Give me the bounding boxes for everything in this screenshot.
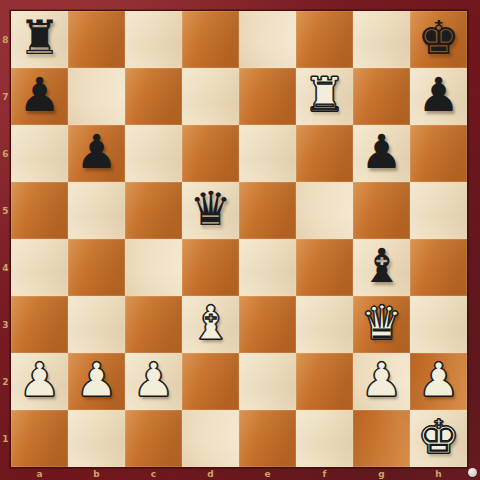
square-c4[interactable] xyxy=(125,239,182,296)
rank-label-7: 7 xyxy=(0,68,11,125)
square-f1[interactable] xyxy=(296,410,353,467)
square-f3[interactable] xyxy=(296,296,353,353)
square-b7[interactable] xyxy=(68,68,125,125)
square-a3[interactable] xyxy=(11,296,68,353)
square-g2[interactable]: ♟ xyxy=(353,353,410,410)
file-label-d: d xyxy=(182,467,239,480)
square-a1[interactable] xyxy=(11,410,68,467)
square-b1[interactable] xyxy=(68,410,125,467)
square-e2[interactable] xyxy=(239,353,296,410)
square-a7[interactable]: ♟ xyxy=(11,68,68,125)
square-a5[interactable] xyxy=(11,182,68,239)
white-pawn-a2[interactable]: ♟ xyxy=(18,356,60,403)
square-b4[interactable] xyxy=(68,239,125,296)
white-pawn-h2[interactable]: ♟ xyxy=(417,356,459,403)
square-a2[interactable]: ♟ xyxy=(11,353,68,410)
file-label-f: f xyxy=(296,467,353,480)
square-c8[interactable] xyxy=(125,11,182,68)
square-f2[interactable] xyxy=(296,353,353,410)
rank-labels: 87654321 xyxy=(0,11,11,467)
square-e8[interactable] xyxy=(239,11,296,68)
square-c6[interactable] xyxy=(125,125,182,182)
chessboard-widget: ♜♚♟♜♟♟♟♛♝♝♛♟♟♟♟♟♚ 87654321 abcdefgh xyxy=(0,0,480,480)
square-f6[interactable] xyxy=(296,125,353,182)
white-pawn-g2[interactable]: ♟ xyxy=(360,356,402,403)
white-pawn-c2[interactable]: ♟ xyxy=(132,356,174,403)
rank-label-8: 8 xyxy=(0,11,11,68)
black-rook-a8[interactable]: ♜ xyxy=(18,14,60,61)
square-g5[interactable] xyxy=(353,182,410,239)
square-d4[interactable] xyxy=(182,239,239,296)
black-pawn-a7[interactable]: ♟ xyxy=(18,71,60,118)
square-d5[interactable]: ♛ xyxy=(182,182,239,239)
square-b5[interactable] xyxy=(68,182,125,239)
square-g7[interactable] xyxy=(353,68,410,125)
square-f7[interactable]: ♜ xyxy=(296,68,353,125)
file-label-a: a xyxy=(11,467,68,480)
square-c1[interactable] xyxy=(125,410,182,467)
white-rook-f7[interactable]: ♜ xyxy=(303,71,345,118)
black-queen-d5[interactable]: ♛ xyxy=(189,185,231,232)
black-pawn-h7[interactable]: ♟ xyxy=(417,71,459,118)
square-g3[interactable]: ♛ xyxy=(353,296,410,353)
white-bishop-d3[interactable]: ♝ xyxy=(189,299,231,346)
square-a6[interactable] xyxy=(11,125,68,182)
rank-label-1: 1 xyxy=(0,410,11,467)
rank-label-3: 3 xyxy=(0,296,11,353)
file-label-e: e xyxy=(239,467,296,480)
rank-label-5: 5 xyxy=(0,182,11,239)
rank-label-6: 6 xyxy=(0,125,11,182)
square-d1[interactable] xyxy=(182,410,239,467)
square-h1[interactable]: ♚ xyxy=(410,410,467,467)
square-c7[interactable] xyxy=(125,68,182,125)
chess-board: ♜♚♟♜♟♟♟♛♝♝♛♟♟♟♟♟♚ xyxy=(11,11,467,467)
square-d2[interactable] xyxy=(182,353,239,410)
square-b8[interactable] xyxy=(68,11,125,68)
square-h4[interactable] xyxy=(410,239,467,296)
square-a8[interactable]: ♜ xyxy=(11,11,68,68)
square-e7[interactable] xyxy=(239,68,296,125)
white-queen-g3[interactable]: ♛ xyxy=(360,299,402,346)
square-g8[interactable] xyxy=(353,11,410,68)
square-b6[interactable]: ♟ xyxy=(68,125,125,182)
square-e5[interactable] xyxy=(239,182,296,239)
rank-label-4: 4 xyxy=(0,239,11,296)
square-g6[interactable]: ♟ xyxy=(353,125,410,182)
file-label-c: c xyxy=(125,467,182,480)
rank-label-2: 2 xyxy=(0,353,11,410)
square-e3[interactable] xyxy=(239,296,296,353)
square-b3[interactable] xyxy=(68,296,125,353)
black-pawn-b6[interactable]: ♟ xyxy=(75,128,117,175)
square-b2[interactable]: ♟ xyxy=(68,353,125,410)
square-f4[interactable] xyxy=(296,239,353,296)
square-e6[interactable] xyxy=(239,125,296,182)
black-king-h8[interactable]: ♚ xyxy=(417,14,459,61)
black-pawn-g6[interactable]: ♟ xyxy=(360,128,402,175)
square-h3[interactable] xyxy=(410,296,467,353)
square-e1[interactable] xyxy=(239,410,296,467)
white-to-move-indicator xyxy=(468,468,477,477)
square-h2[interactable]: ♟ xyxy=(410,353,467,410)
white-king-h1[interactable]: ♚ xyxy=(417,413,459,460)
square-e4[interactable] xyxy=(239,239,296,296)
square-a4[interactable] xyxy=(11,239,68,296)
square-g1[interactable] xyxy=(353,410,410,467)
square-c5[interactable] xyxy=(125,182,182,239)
square-d7[interactable] xyxy=(182,68,239,125)
square-f5[interactable] xyxy=(296,182,353,239)
white-pawn-b2[interactable]: ♟ xyxy=(75,356,117,403)
file-label-h: h xyxy=(410,467,467,480)
square-h7[interactable]: ♟ xyxy=(410,68,467,125)
black-bishop-g4[interactable]: ♝ xyxy=(360,242,402,289)
file-labels: abcdefgh xyxy=(11,467,467,480)
file-label-g: g xyxy=(353,467,410,480)
square-h8[interactable]: ♚ xyxy=(410,11,467,68)
square-c2[interactable]: ♟ xyxy=(125,353,182,410)
square-c3[interactable] xyxy=(125,296,182,353)
square-h5[interactable] xyxy=(410,182,467,239)
square-d6[interactable] xyxy=(182,125,239,182)
square-d3[interactable]: ♝ xyxy=(182,296,239,353)
square-g4[interactable]: ♝ xyxy=(353,239,410,296)
square-f8[interactable] xyxy=(296,11,353,68)
file-label-b: b xyxy=(68,467,125,480)
square-h6[interactable] xyxy=(410,125,467,182)
square-d8[interactable] xyxy=(182,11,239,68)
